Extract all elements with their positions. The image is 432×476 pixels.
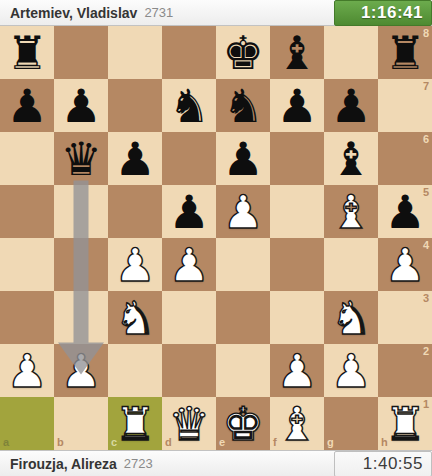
piece-white-rook[interactable]: ♜ bbox=[108, 397, 162, 450]
square-g4[interactable] bbox=[324, 238, 378, 291]
square-a7[interactable]: ♟ bbox=[0, 79, 54, 132]
square-b2[interactable]: ♟ bbox=[54, 344, 108, 397]
square-d3[interactable] bbox=[162, 291, 216, 344]
piece-white-rook[interactable]: ♜ bbox=[378, 397, 432, 450]
piece-black-pawn[interactable]: ♟ bbox=[324, 79, 378, 132]
piece-white-king[interactable]: ♚ bbox=[216, 397, 270, 450]
square-c8[interactable] bbox=[108, 26, 162, 79]
square-e7[interactable]: ♞ bbox=[216, 79, 270, 132]
square-a4[interactable] bbox=[0, 238, 54, 291]
square-g7[interactable]: ♟ bbox=[324, 79, 378, 132]
piece-black-pawn[interactable]: ♟ bbox=[378, 185, 432, 238]
piece-white-pawn[interactable]: ♟ bbox=[162, 238, 216, 291]
square-e5[interactable]: ♟ bbox=[216, 185, 270, 238]
piece-white-queen[interactable]: ♛ bbox=[162, 397, 216, 450]
square-f3[interactable] bbox=[270, 291, 324, 344]
square-e8[interactable]: ♚ bbox=[216, 26, 270, 79]
square-h8[interactable]: 8♜ bbox=[378, 26, 432, 79]
square-e6[interactable]: ♟ bbox=[216, 132, 270, 185]
square-a1[interactable]: a bbox=[0, 397, 54, 450]
piece-white-knight[interactable]: ♞ bbox=[108, 291, 162, 344]
square-g6[interactable]: ♝ bbox=[324, 132, 378, 185]
square-c6[interactable]: ♟ bbox=[108, 132, 162, 185]
player-name-bottom[interactable]: Firouzja, Alireza bbox=[10, 456, 117, 472]
piece-black-pawn[interactable]: ♟ bbox=[216, 132, 270, 185]
square-g3[interactable]: ♞ bbox=[324, 291, 378, 344]
piece-black-bishop[interactable]: ♝ bbox=[270, 26, 324, 79]
piece-white-pawn[interactable]: ♟ bbox=[324, 344, 378, 397]
clock-top: 1:16:41 bbox=[334, 0, 432, 26]
chess-tv-widget: Artemiev, Vladislav 2731 1:16:41 ♜♚♝8♜♟♟… bbox=[0, 0, 432, 476]
piece-black-rook[interactable]: ♜ bbox=[0, 26, 54, 79]
square-a5[interactable] bbox=[0, 185, 54, 238]
square-c3[interactable]: ♞ bbox=[108, 291, 162, 344]
square-f1[interactable]: f♝ bbox=[270, 397, 324, 450]
player-bar-bottom: Firouzja, Alireza 2723 1:40:55 bbox=[0, 450, 432, 476]
coord-rank-7: 7 bbox=[423, 81, 429, 92]
square-d1[interactable]: d♛ bbox=[162, 397, 216, 450]
square-h1[interactable]: 1h♜ bbox=[378, 397, 432, 450]
piece-black-bishop[interactable]: ♝ bbox=[324, 132, 378, 185]
player-rating-bottom: 2723 bbox=[124, 456, 153, 471]
square-b1[interactable]: b bbox=[54, 397, 108, 450]
square-h4[interactable]: 4♟ bbox=[378, 238, 432, 291]
coord-file-a: a bbox=[3, 437, 9, 448]
piece-black-rook[interactable]: ♜ bbox=[378, 26, 432, 79]
square-b8[interactable] bbox=[54, 26, 108, 79]
square-h7[interactable]: 7 bbox=[378, 79, 432, 132]
piece-white-pawn[interactable]: ♟ bbox=[270, 344, 324, 397]
coord-rank-6: 6 bbox=[423, 134, 429, 145]
square-g8[interactable] bbox=[324, 26, 378, 79]
square-a2[interactable]: ♟ bbox=[0, 344, 54, 397]
square-c1[interactable]: c♜ bbox=[108, 397, 162, 450]
square-c7[interactable] bbox=[108, 79, 162, 132]
piece-black-king[interactable]: ♚ bbox=[216, 26, 270, 79]
square-c4[interactable]: ♟ bbox=[108, 238, 162, 291]
square-e1[interactable]: e♚ bbox=[216, 397, 270, 450]
square-b3[interactable] bbox=[54, 291, 108, 344]
square-g2[interactable]: ♟ bbox=[324, 344, 378, 397]
chess-board: ♜♚♝8♜♟♟♞♞♟♟7♛♟♟♝6♟♟♝5♟♟♟4♟♞♞3♟♟♟♟2abc♜d♛… bbox=[0, 26, 432, 450]
square-b7[interactable]: ♟ bbox=[54, 79, 108, 132]
piece-white-pawn[interactable]: ♟ bbox=[216, 185, 270, 238]
square-d5[interactable]: ♟ bbox=[162, 185, 216, 238]
square-e3[interactable] bbox=[216, 291, 270, 344]
square-b4[interactable] bbox=[54, 238, 108, 291]
piece-black-queen[interactable]: ♛ bbox=[54, 132, 108, 185]
square-h3[interactable]: 3 bbox=[378, 291, 432, 344]
square-d7[interactable]: ♞ bbox=[162, 79, 216, 132]
piece-white-knight[interactable]: ♞ bbox=[324, 291, 378, 344]
player-bar-top: Artemiev, Vladislav 2731 1:16:41 bbox=[0, 0, 432, 26]
piece-black-knight[interactable]: ♞ bbox=[162, 79, 216, 132]
coord-rank-2: 2 bbox=[423, 346, 429, 357]
square-h5[interactable]: 5♟ bbox=[378, 185, 432, 238]
piece-white-pawn[interactable]: ♟ bbox=[54, 344, 108, 397]
square-h6[interactable]: 6 bbox=[378, 132, 432, 185]
piece-white-pawn[interactable]: ♟ bbox=[0, 344, 54, 397]
player-name-top[interactable]: Artemiev, Vladislav bbox=[10, 5, 137, 21]
piece-white-bishop[interactable]: ♝ bbox=[324, 185, 378, 238]
square-f8[interactable]: ♝ bbox=[270, 26, 324, 79]
square-b5[interactable] bbox=[54, 185, 108, 238]
square-e2[interactable] bbox=[216, 344, 270, 397]
square-d6[interactable] bbox=[162, 132, 216, 185]
piece-black-pawn[interactable]: ♟ bbox=[162, 185, 216, 238]
piece-black-pawn[interactable]: ♟ bbox=[0, 79, 54, 132]
piece-black-knight[interactable]: ♞ bbox=[216, 79, 270, 132]
square-a8[interactable]: ♜ bbox=[0, 26, 54, 79]
piece-white-bishop[interactable]: ♝ bbox=[270, 397, 324, 450]
piece-black-pawn[interactable]: ♟ bbox=[270, 79, 324, 132]
piece-black-pawn[interactable]: ♟ bbox=[54, 79, 108, 132]
square-c2[interactable] bbox=[108, 344, 162, 397]
coord-rank-3: 3 bbox=[423, 293, 429, 304]
square-d8[interactable] bbox=[162, 26, 216, 79]
piece-white-pawn[interactable]: ♟ bbox=[108, 238, 162, 291]
square-f4[interactable] bbox=[270, 238, 324, 291]
square-f5[interactable] bbox=[270, 185, 324, 238]
square-a6[interactable] bbox=[0, 132, 54, 185]
coord-file-g: g bbox=[327, 437, 334, 448]
square-g5[interactable]: ♝ bbox=[324, 185, 378, 238]
square-f7[interactable]: ♟ bbox=[270, 79, 324, 132]
piece-black-pawn[interactable]: ♟ bbox=[108, 132, 162, 185]
clock-bottom: 1:40:55 bbox=[334, 451, 432, 476]
square-g1[interactable]: g bbox=[324, 397, 378, 450]
square-c5[interactable] bbox=[108, 185, 162, 238]
square-d4[interactable]: ♟ bbox=[162, 238, 216, 291]
square-e4[interactable] bbox=[216, 238, 270, 291]
square-f6[interactable] bbox=[270, 132, 324, 185]
square-f2[interactable]: ♟ bbox=[270, 344, 324, 397]
square-d2[interactable] bbox=[162, 344, 216, 397]
player-rating-top: 2731 bbox=[144, 5, 173, 20]
square-h2[interactable]: 2 bbox=[378, 344, 432, 397]
square-b6[interactable]: ♛ bbox=[54, 132, 108, 185]
coord-file-b: b bbox=[57, 437, 64, 448]
square-a3[interactable] bbox=[0, 291, 54, 344]
piece-white-pawn[interactable]: ♟ bbox=[378, 238, 432, 291]
